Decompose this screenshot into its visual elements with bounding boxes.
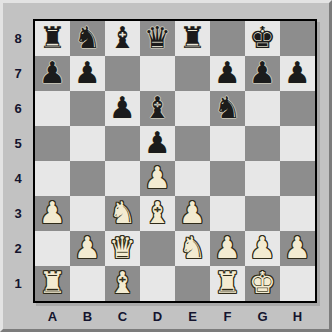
square-e4[interactable] <box>175 161 210 196</box>
white-bishop[interactable]: ♝ <box>140 196 175 231</box>
square-g2[interactable]: ♟ <box>245 231 280 266</box>
square-f2[interactable]: ♟ <box>210 231 245 266</box>
file-label-d: D <box>140 305 175 327</box>
square-f5[interactable] <box>210 126 245 161</box>
rank-label-8: 8 <box>3 21 33 56</box>
square-e6[interactable] <box>175 91 210 126</box>
black-rook[interactable]: ♜ <box>175 21 210 56</box>
square-d8[interactable]: ♛ <box>140 21 175 56</box>
square-a4[interactable] <box>35 161 70 196</box>
rank-label-6: 6 <box>3 91 33 126</box>
square-c3[interactable]: ♞ <box>105 196 140 231</box>
white-queen[interactable]: ♛ <box>105 231 140 266</box>
square-b8[interactable]: ♞ <box>70 21 105 56</box>
file-label-a: A <box>35 305 70 327</box>
square-f4[interactable] <box>210 161 245 196</box>
file-label-e: E <box>175 305 210 327</box>
black-pawn[interactable]: ♟ <box>140 126 175 161</box>
square-b6[interactable] <box>70 91 105 126</box>
square-a8[interactable]: ♜ <box>35 21 70 56</box>
white-bishop[interactable]: ♝ <box>105 266 140 301</box>
square-b2[interactable]: ♟ <box>70 231 105 266</box>
square-a5[interactable] <box>35 126 70 161</box>
square-d4[interactable]: ♟ <box>140 161 175 196</box>
square-d5[interactable]: ♟ <box>140 126 175 161</box>
black-pawn[interactable]: ♟ <box>280 56 315 91</box>
black-rook[interactable]: ♜ <box>35 21 70 56</box>
square-d7[interactable] <box>140 56 175 91</box>
square-h7[interactable]: ♟ <box>280 56 315 91</box>
black-bishop[interactable]: ♝ <box>140 91 175 126</box>
square-e5[interactable] <box>175 126 210 161</box>
square-e7[interactable] <box>175 56 210 91</box>
rank-label-1: 1 <box>3 266 33 301</box>
square-f7[interactable]: ♟ <box>210 56 245 91</box>
square-g6[interactable] <box>245 91 280 126</box>
square-g8[interactable]: ♚ <box>245 21 280 56</box>
black-knight[interactable]: ♞ <box>70 21 105 56</box>
white-pawn[interactable]: ♟ <box>280 231 315 266</box>
rank-labels: 87654321 <box>3 21 33 301</box>
square-h1[interactable] <box>280 266 315 301</box>
file-label-f: F <box>210 305 245 327</box>
square-f3[interactable] <box>210 196 245 231</box>
file-label-b: B <box>70 305 105 327</box>
rank-label-5: 5 <box>3 126 33 161</box>
black-queen[interactable]: ♛ <box>140 21 175 56</box>
white-knight[interactable]: ♞ <box>175 231 210 266</box>
white-rook[interactable]: ♜ <box>210 266 245 301</box>
white-pawn[interactable]: ♟ <box>245 231 280 266</box>
square-e3[interactable]: ♟ <box>175 196 210 231</box>
black-pawn[interactable]: ♟ <box>210 56 245 91</box>
square-b1[interactable] <box>70 266 105 301</box>
square-f1[interactable]: ♜ <box>210 266 245 301</box>
square-e2[interactable]: ♞ <box>175 231 210 266</box>
file-label-c: C <box>105 305 140 327</box>
black-bishop[interactable]: ♝ <box>105 21 140 56</box>
square-h3[interactable] <box>280 196 315 231</box>
square-b4[interactable] <box>70 161 105 196</box>
white-pawn[interactable]: ♟ <box>35 196 70 231</box>
square-c7[interactable] <box>105 56 140 91</box>
square-a3[interactable]: ♟ <box>35 196 70 231</box>
white-pawn[interactable]: ♟ <box>70 231 105 266</box>
square-d6[interactable]: ♝ <box>140 91 175 126</box>
square-c2[interactable]: ♛ <box>105 231 140 266</box>
square-c5[interactable] <box>105 126 140 161</box>
white-knight[interactable]: ♞ <box>105 196 140 231</box>
file-labels: ABCDEFGH <box>35 305 315 327</box>
black-pawn[interactable]: ♟ <box>35 56 70 91</box>
black-pawn[interactable]: ♟ <box>105 91 140 126</box>
white-pawn[interactable]: ♟ <box>140 161 175 196</box>
file-label-h: H <box>280 305 315 327</box>
square-a7[interactable]: ♟ <box>35 56 70 91</box>
square-b7[interactable]: ♟ <box>70 56 105 91</box>
rank-label-7: 7 <box>3 56 33 91</box>
white-rook[interactable]: ♜ <box>35 266 70 301</box>
square-a2[interactable] <box>35 231 70 266</box>
rank-label-3: 3 <box>3 196 33 231</box>
square-b3[interactable] <box>70 196 105 231</box>
square-h2[interactable]: ♟ <box>280 231 315 266</box>
square-g4[interactable] <box>245 161 280 196</box>
square-h6[interactable] <box>280 91 315 126</box>
square-d1[interactable] <box>140 266 175 301</box>
file-label-g: G <box>245 305 280 327</box>
square-e8[interactable]: ♜ <box>175 21 210 56</box>
black-pawn[interactable]: ♟ <box>245 56 280 91</box>
chess-board: ♜♞♝♛♜♚♟♟♟♟♟♟♝♞♟♟♟♞♝♟♟♛♞♟♟♟♜♝♜♚ <box>33 19 317 303</box>
square-a1[interactable]: ♜ <box>35 266 70 301</box>
square-c8[interactable]: ♝ <box>105 21 140 56</box>
square-h5[interactable] <box>280 126 315 161</box>
black-knight[interactable]: ♞ <box>210 91 245 126</box>
square-d3[interactable]: ♝ <box>140 196 175 231</box>
square-f8[interactable] <box>210 21 245 56</box>
rank-label-2: 2 <box>3 231 33 266</box>
square-c6[interactable]: ♟ <box>105 91 140 126</box>
black-pawn[interactable]: ♟ <box>70 56 105 91</box>
square-c1[interactable]: ♝ <box>105 266 140 301</box>
white-pawn[interactable]: ♟ <box>175 196 210 231</box>
square-h4[interactable] <box>280 161 315 196</box>
black-king[interactable]: ♚ <box>245 21 280 56</box>
white-pawn[interactable]: ♟ <box>210 231 245 266</box>
square-g7[interactable]: ♟ <box>245 56 280 91</box>
square-g1[interactable]: ♚ <box>245 266 280 301</box>
board-frame: 87654321 ♜♞♝♛♜♚♟♟♟♟♟♟♝♞♟♟♟♞♝♟♟♛♞♟♟♟♜♝♜♚ … <box>0 0 332 332</box>
white-king[interactable]: ♚ <box>245 266 280 301</box>
square-e1[interactable] <box>175 266 210 301</box>
square-g3[interactable] <box>245 196 280 231</box>
square-h8[interactable] <box>280 21 315 56</box>
square-g5[interactable] <box>245 126 280 161</box>
square-a6[interactable] <box>35 91 70 126</box>
square-c4[interactable] <box>105 161 140 196</box>
square-d2[interactable] <box>140 231 175 266</box>
square-f6[interactable]: ♞ <box>210 91 245 126</box>
square-b5[interactable] <box>70 126 105 161</box>
rank-label-4: 4 <box>3 161 33 196</box>
